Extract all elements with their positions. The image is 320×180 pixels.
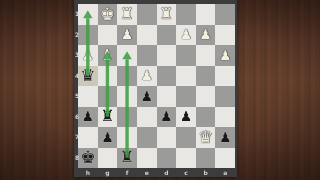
piece-black-rook: ♜ [100, 109, 114, 125]
square-a6 [215, 107, 235, 128]
square-a7: ♟ [215, 127, 235, 148]
square-b5 [196, 86, 216, 107]
square-c7 [176, 127, 196, 148]
piece-white-pawn: ♟ [121, 28, 133, 42]
file-label-e: e [137, 169, 157, 177]
file-label-d: d [157, 169, 177, 177]
square-h2 [78, 25, 98, 46]
square-h4: ♛ [78, 66, 98, 87]
rank-label-5: 5 [74, 93, 80, 99]
piece-black-pawn: ♟ [160, 110, 172, 124]
piece-white-king: ♚ [100, 5, 115, 22]
square-g6: ♜ [98, 107, 118, 128]
square-f4 [117, 66, 137, 87]
square-c3 [176, 45, 196, 66]
square-d6: ♟ [157, 107, 177, 128]
rank-label-3: 3 [74, 52, 80, 58]
square-b1 [196, 4, 216, 25]
square-h8: ♚ [78, 148, 98, 169]
square-a2 [215, 25, 235, 46]
square-e3 [137, 45, 157, 66]
square-f5 [117, 86, 137, 107]
square-a5 [215, 86, 235, 107]
square-b4 [196, 66, 216, 87]
rank-label-8: 8 [74, 155, 80, 161]
square-b2: ♟ [196, 25, 216, 46]
square-f2: ♟ [117, 25, 137, 46]
square-h5 [78, 86, 98, 107]
square-d5 [157, 86, 177, 107]
piece-white-pawn: ♟ [200, 28, 212, 42]
square-h3: ♟ [78, 45, 98, 66]
file-label-h: h [78, 169, 98, 177]
piece-white-rook: ♜ [159, 6, 173, 22]
square-d3 [157, 45, 177, 66]
square-f3 [117, 45, 137, 66]
square-g3: ♝ [98, 45, 118, 66]
square-e5: ♟ [137, 86, 157, 107]
piece-white-pawn: ♟ [82, 48, 94, 62]
piece-white-bishop: ♝ [100, 47, 114, 63]
piece-white-pawn: ♟ [180, 28, 192, 42]
piece-white-pawn: ♟ [219, 48, 231, 62]
square-g7: ♟ [98, 127, 118, 148]
square-b3 [196, 45, 216, 66]
square-b6 [196, 107, 216, 128]
file-label-g: g [98, 169, 118, 177]
square-c5 [176, 86, 196, 107]
square-a8 [215, 148, 235, 169]
square-a1 [215, 4, 235, 25]
square-f8: ♜ [117, 148, 137, 169]
square-h6: ♟ [78, 107, 98, 128]
square-h1 [78, 4, 98, 25]
square-d2 [157, 25, 177, 46]
square-e2 [137, 25, 157, 46]
square-f1: ♜ [117, 4, 137, 25]
piece-white-queen: ♛ [198, 128, 213, 145]
board-squares: ♚♜♜♟♟♟♟♝♟♛♟♟♟♜♟♟♟♛♟♚♜ [78, 4, 235, 168]
square-f6 [117, 107, 137, 128]
rank-label-4: 4 [74, 73, 80, 79]
rank-label-2: 2 [74, 32, 80, 38]
square-d1: ♜ [157, 4, 177, 25]
square-f7 [117, 127, 137, 148]
square-h7 [78, 127, 98, 148]
square-a3: ♟ [215, 45, 235, 66]
square-c1 [176, 4, 196, 25]
square-d7 [157, 127, 177, 148]
file-label-b: b [196, 169, 216, 177]
square-c2: ♟ [176, 25, 196, 46]
piece-black-pawn: ♟ [141, 89, 153, 103]
piece-black-pawn: ♟ [101, 130, 113, 144]
square-d4 [157, 66, 177, 87]
piece-white-pawn: ♟ [141, 69, 153, 83]
rank-label-6: 6 [74, 114, 80, 120]
square-b8 [196, 148, 216, 169]
square-c8 [176, 148, 196, 169]
square-g2 [98, 25, 118, 46]
square-g5 [98, 86, 118, 107]
square-b7: ♛ [196, 127, 216, 148]
square-c6: ♟ [176, 107, 196, 128]
piece-black-pawn: ♟ [82, 110, 94, 124]
square-g1: ♚ [98, 4, 118, 25]
square-e8 [137, 148, 157, 169]
piece-black-pawn: ♟ [219, 130, 231, 144]
square-g4 [98, 66, 118, 87]
square-c4 [176, 66, 196, 87]
square-d8 [157, 148, 177, 169]
square-e4: ♟ [137, 66, 157, 87]
piece-black-rook: ♜ [120, 150, 134, 166]
piece-black-pawn: ♟ [180, 110, 192, 124]
rank-label-1: 1 [74, 11, 80, 17]
piece-black-queen: ♛ [80, 67, 95, 84]
piece-white-rook: ♜ [120, 6, 134, 22]
square-e1 [137, 4, 157, 25]
file-label-c: c [176, 169, 196, 177]
piece-black-king: ♚ [80, 149, 95, 166]
wood-background: ♚♜♜♟♟♟♟♝♟♛♟♟♟♜♟♟♟♛♟♚♜ 12345678hgfedcba [0, 0, 320, 180]
square-g8 [98, 148, 118, 169]
square-e7 [137, 127, 157, 148]
rank-label-7: 7 [74, 134, 80, 140]
square-a4 [215, 66, 235, 87]
file-label-a: a [215, 169, 235, 177]
chess-board: ♚♜♜♟♟♟♟♝♟♛♟♟♟♜♟♟♟♛♟♚♜ 12345678hgfedcba [74, 0, 237, 177]
square-e6 [137, 107, 157, 128]
file-label-f: f [117, 169, 137, 177]
